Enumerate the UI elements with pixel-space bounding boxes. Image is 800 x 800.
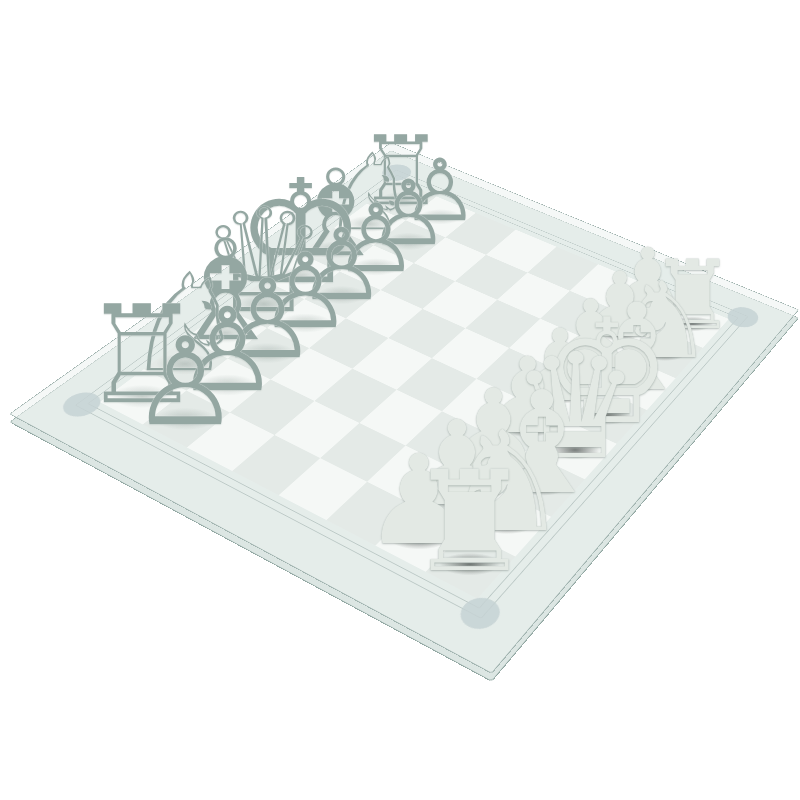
piece-frosted-rook-a8[interactable]: ♜ — [407, 453, 531, 592]
pieces-layer: ♖♘♗♕♔♗♘♖♙♙♙♙♙♙♙♙♟♟♟♟♟♟♟♟♜♞♝♛♚♝♞♜ — [0, 0, 800, 800]
glass-chess-set-photo: ♖♘♗♕♔♗♘♖♙♙♙♙♙♙♙♙♟♟♟♟♟♟♟♟♜♞♝♛♚♝♞♜ — [0, 0, 800, 800]
piece-clear-pawn-a2[interactable]: ♙ — [131, 321, 240, 443]
